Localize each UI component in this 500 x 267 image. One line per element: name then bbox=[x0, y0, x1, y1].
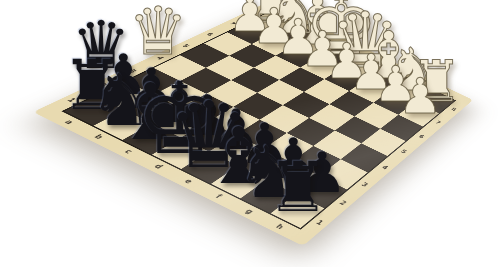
product-photo-chess-set: { "game": "chess", "scene": { "descripti… bbox=[0, 0, 500, 267]
rank-label-5-right: 5 bbox=[400, 149, 408, 154]
piece-white-pawn-h7: ♟ bbox=[398, 72, 442, 121]
rank-label-6-left: 6 bbox=[205, 32, 214, 36]
rank-label-6-right: 6 bbox=[418, 134, 426, 139]
rank-label-4-right: 4 bbox=[381, 165, 390, 171]
rank-label-3-right: 3 bbox=[360, 182, 369, 188]
piece-black-rook-h1: ♜ bbox=[267, 153, 329, 222]
